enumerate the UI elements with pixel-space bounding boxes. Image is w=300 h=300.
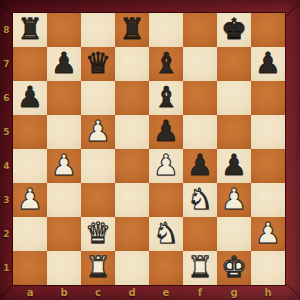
piece-black-rook: ♜: [17, 15, 43, 44]
square-d1[interactable]: [115, 251, 149, 285]
square-d3[interactable]: [115, 183, 149, 217]
rank-label-6: 6: [0, 81, 13, 115]
square-e8[interactable]: [149, 13, 183, 47]
square-h1[interactable]: [251, 251, 285, 285]
square-c4[interactable]: [81, 149, 115, 183]
square-h4[interactable]: [251, 149, 285, 183]
rank-label-8: 8: [0, 13, 13, 47]
piece-black-pawn: ♟: [51, 49, 77, 78]
piece-white-pawn: ♟: [85, 117, 111, 146]
frame-corner-seam: [0, 284, 14, 300]
file-label-e: e: [149, 285, 183, 300]
square-e6[interactable]: ♝: [149, 81, 183, 115]
rank-label-5: 5: [0, 115, 13, 149]
square-c3[interactable]: [81, 183, 115, 217]
square-e3[interactable]: [149, 183, 183, 217]
square-c8[interactable]: [81, 13, 115, 47]
square-a6[interactable]: ♟: [13, 81, 47, 115]
piece-white-pawn: ♟: [221, 185, 247, 214]
chess-board: ♜♜♚♟♛♝♟♟♝♟♟♟♟♟♟♟♞♟♛♞♟♜♜♚: [13, 13, 285, 285]
piece-black-pawn: ♟: [17, 83, 43, 112]
square-c2[interactable]: ♛: [81, 217, 115, 251]
square-f8[interactable]: [183, 13, 217, 47]
piece-black-bishop: ♝: [153, 49, 179, 78]
file-label-g: g: [217, 285, 251, 300]
piece-white-rook: ♜: [187, 253, 213, 282]
square-d2[interactable]: [115, 217, 149, 251]
square-d4[interactable]: [115, 149, 149, 183]
piece-white-knight: ♞: [153, 219, 179, 248]
rank-label-4: 4: [0, 149, 13, 183]
square-e2[interactable]: ♞: [149, 217, 183, 251]
piece-white-pawn: ♟: [51, 151, 77, 180]
square-b2[interactable]: [47, 217, 81, 251]
piece-black-bishop: ♝: [153, 83, 179, 112]
square-h2[interactable]: ♟: [251, 217, 285, 251]
square-b3[interactable]: [47, 183, 81, 217]
rank-labels: 87654321: [0, 13, 13, 285]
piece-black-pawn: ♟: [153, 117, 179, 146]
square-g3[interactable]: ♟: [217, 183, 251, 217]
square-c1[interactable]: ♜: [81, 251, 115, 285]
square-g6[interactable]: [217, 81, 251, 115]
piece-black-queen: ♛: [85, 49, 111, 78]
rank-label-7: 7: [0, 47, 13, 81]
square-b5[interactable]: [47, 115, 81, 149]
piece-white-queen: ♛: [85, 219, 111, 248]
square-f2[interactable]: [183, 217, 217, 251]
square-d8[interactable]: ♜: [115, 13, 149, 47]
square-a1[interactable]: [13, 251, 47, 285]
piece-black-pawn: ♟: [221, 151, 247, 180]
square-a5[interactable]: [13, 115, 47, 149]
file-label-a: a: [13, 285, 47, 300]
square-c7[interactable]: ♛: [81, 47, 115, 81]
square-d7[interactable]: [115, 47, 149, 81]
rank-label-1: 1: [0, 251, 13, 285]
square-e5[interactable]: ♟: [149, 115, 183, 149]
square-h3[interactable]: [251, 183, 285, 217]
square-d6[interactable]: [115, 81, 149, 115]
square-b8[interactable]: [47, 13, 81, 47]
square-a7[interactable]: [13, 47, 47, 81]
square-h8[interactable]: [251, 13, 285, 47]
piece-white-pawn: ♟: [17, 185, 43, 214]
piece-white-pawn: ♟: [255, 219, 281, 248]
square-c6[interactable]: [81, 81, 115, 115]
square-d5[interactable]: [115, 115, 149, 149]
square-e1[interactable]: [149, 251, 183, 285]
square-g5[interactable]: [217, 115, 251, 149]
file-label-f: f: [183, 285, 217, 300]
square-a3[interactable]: ♟: [13, 183, 47, 217]
file-label-c: c: [81, 285, 115, 300]
square-f4[interactable]: ♟: [183, 149, 217, 183]
square-g7[interactable]: [217, 47, 251, 81]
square-e4[interactable]: ♟: [149, 149, 183, 183]
file-label-h: h: [251, 285, 285, 300]
piece-white-pawn: ♟: [153, 151, 179, 180]
file-labels: abcdefgh: [13, 285, 285, 300]
rank-label-3: 3: [0, 183, 13, 217]
square-b7[interactable]: ♟: [47, 47, 81, 81]
square-a2[interactable]: [13, 217, 47, 251]
chess-diagram: 87654321 abcdefgh ♜♜♚♟♛♝♟♟♝♟♟♟♟♟♟♟♞♟♛♞♟♜…: [0, 0, 300, 300]
square-g4[interactable]: ♟: [217, 149, 251, 183]
frame-corner-seam: [286, 0, 300, 16]
rank-label-2: 2: [0, 217, 13, 251]
square-a8[interactable]: ♜: [13, 13, 47, 47]
square-f7[interactable]: [183, 47, 217, 81]
piece-black-pawn: ♟: [187, 151, 213, 180]
square-b1[interactable]: [47, 251, 81, 285]
square-f1[interactable]: ♜: [183, 251, 217, 285]
piece-white-king: ♚: [221, 253, 247, 282]
piece-black-pawn: ♟: [255, 49, 281, 78]
square-g2[interactable]: [217, 217, 251, 251]
file-label-d: d: [115, 285, 149, 300]
square-f6[interactable]: [183, 81, 217, 115]
square-h5[interactable]: [251, 115, 285, 149]
square-g1[interactable]: ♚: [217, 251, 251, 285]
square-b4[interactable]: ♟: [47, 149, 81, 183]
square-h6[interactable]: [251, 81, 285, 115]
square-c5[interactable]: ♟: [81, 115, 115, 149]
square-f5[interactable]: [183, 115, 217, 149]
frame-corner-seam: [286, 284, 300, 300]
piece-white-rook: ♜: [85, 253, 111, 282]
square-g8[interactable]: ♚: [217, 13, 251, 47]
piece-black-rook: ♜: [119, 15, 145, 44]
square-b6[interactable]: [47, 81, 81, 115]
square-f3[interactable]: ♞: [183, 183, 217, 217]
square-e7[interactable]: ♝: [149, 47, 183, 81]
file-label-b: b: [47, 285, 81, 300]
piece-black-king: ♚: [221, 15, 247, 44]
piece-white-knight: ♞: [187, 185, 213, 214]
square-a4[interactable]: [13, 149, 47, 183]
square-h7[interactable]: ♟: [251, 47, 285, 81]
